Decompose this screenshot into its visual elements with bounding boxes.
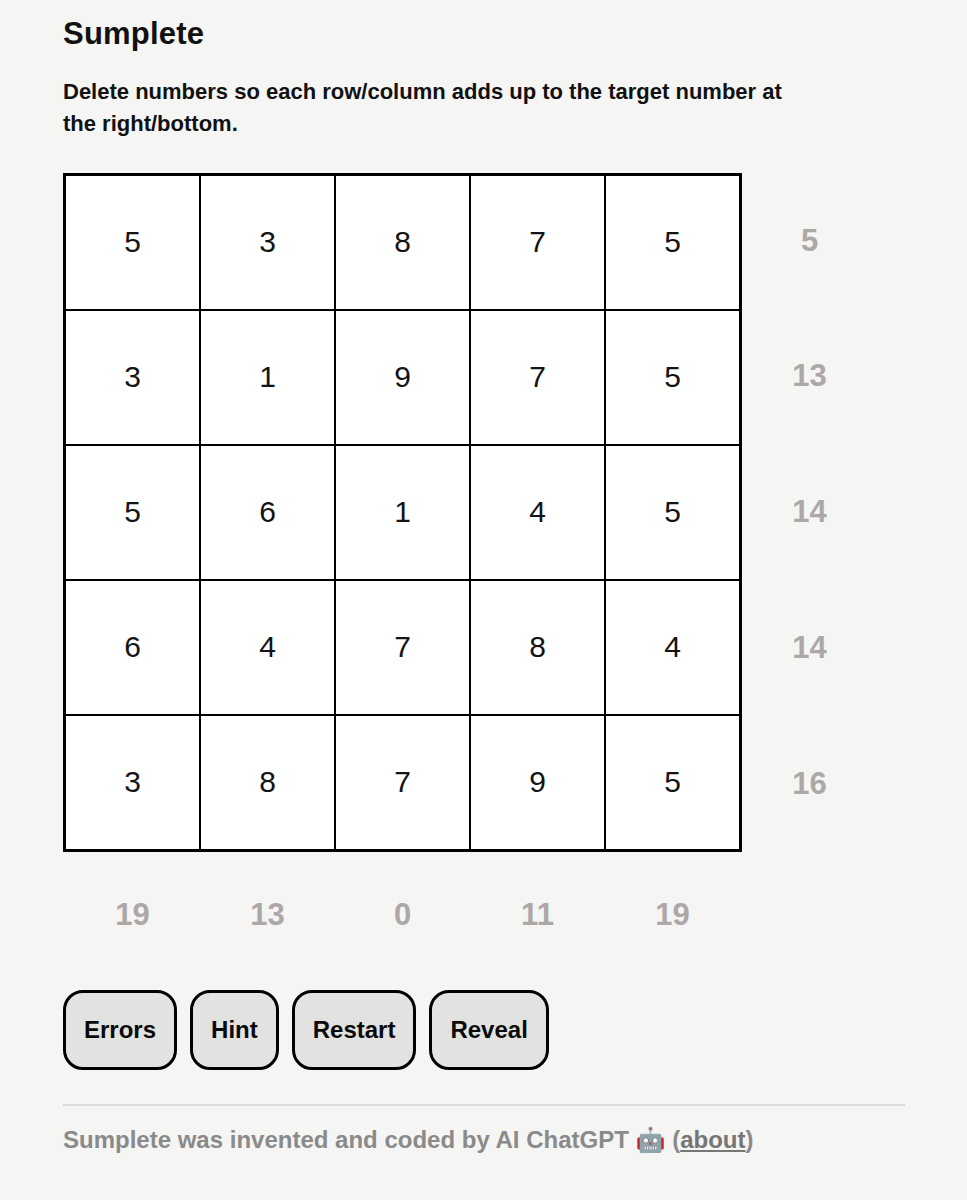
grid-cell-r4c2[interactable]: 4	[200, 580, 335, 715]
col-target-2: 13	[200, 892, 335, 938]
grid-cell-r5c4[interactable]: 9	[470, 715, 605, 850]
grid-cell-r5c2[interactable]: 8	[200, 715, 335, 850]
grid-cell-r3c5[interactable]: 5	[605, 445, 740, 580]
page-title: Sumplete	[63, 16, 905, 52]
grid-cell-r3c2[interactable]: 6	[200, 445, 335, 580]
grid-cell-r3c3[interactable]: 1	[335, 445, 470, 580]
grid-cell-r5c5[interactable]: 5	[605, 715, 740, 850]
grid-cell-r1c2[interactable]: 3	[200, 175, 335, 310]
grid-cell-r4c3[interactable]: 7	[335, 580, 470, 715]
hint-button[interactable]: Hint	[190, 990, 279, 1070]
row-target-2: 13	[742, 309, 877, 445]
puzzle-area: 5387531975561456478438795 513141416 1913…	[63, 173, 877, 938]
row-target-5: 16	[742, 716, 877, 852]
grid-cell-r4c4[interactable]: 8	[470, 580, 605, 715]
grid-cell-r2c5[interactable]: 5	[605, 310, 740, 445]
about-open-paren: (	[672, 1126, 680, 1153]
grid-cell-r4c1[interactable]: 6	[65, 580, 200, 715]
grid-cell-r4c5[interactable]: 4	[605, 580, 740, 715]
grid-cell-r2c1[interactable]: 3	[65, 310, 200, 445]
credit-text: Sumplete was invented and coded by AI Ch…	[63, 1126, 629, 1153]
row-target-4: 14	[742, 580, 877, 716]
col-target-1: 19	[65, 892, 200, 938]
grid-cell-r2c2[interactable]: 1	[200, 310, 335, 445]
sumplete-board: 5387531975561456478438795	[63, 173, 742, 852]
instructions-text: Delete numbers so each row/column adds u…	[63, 76, 811, 140]
col-target-3: 0	[335, 892, 470, 938]
footer-divider	[63, 1104, 905, 1106]
col-target-4: 11	[470, 892, 605, 938]
col-target-5: 19	[605, 892, 740, 938]
about-link[interactable]: about	[680, 1126, 745, 1153]
about-close-paren: )	[746, 1126, 754, 1153]
grid-cell-r1c5[interactable]: 5	[605, 175, 740, 310]
grid-cell-r5c3[interactable]: 7	[335, 715, 470, 850]
grid-cell-r5c1[interactable]: 3	[65, 715, 200, 850]
row-target-3: 14	[742, 444, 877, 580]
grid-cell-r3c1[interactable]: 5	[65, 445, 200, 580]
row-target-1: 5	[742, 173, 877, 309]
grid-cell-r3c4[interactable]: 4	[470, 445, 605, 580]
col-targets: 191301119	[65, 892, 742, 938]
robot-emoji: 🤖	[636, 1126, 666, 1153]
footer-credit: Sumplete was invented and coded by AI Ch…	[63, 1126, 905, 1154]
restart-button[interactable]: Restart	[292, 990, 417, 1070]
reveal-button[interactable]: Reveal	[429, 990, 548, 1070]
grid-cell-r1c1[interactable]: 5	[65, 175, 200, 310]
row-targets: 513141416	[742, 173, 877, 852]
toolbar: ErrorsHintRestartReveal	[63, 990, 905, 1070]
grid-cell-r1c4[interactable]: 7	[470, 175, 605, 310]
grid-cell-r2c3[interactable]: 9	[335, 310, 470, 445]
errors-button[interactable]: Errors	[63, 990, 177, 1070]
grid-cell-r1c3[interactable]: 8	[335, 175, 470, 310]
grid-cell-r2c4[interactable]: 7	[470, 310, 605, 445]
